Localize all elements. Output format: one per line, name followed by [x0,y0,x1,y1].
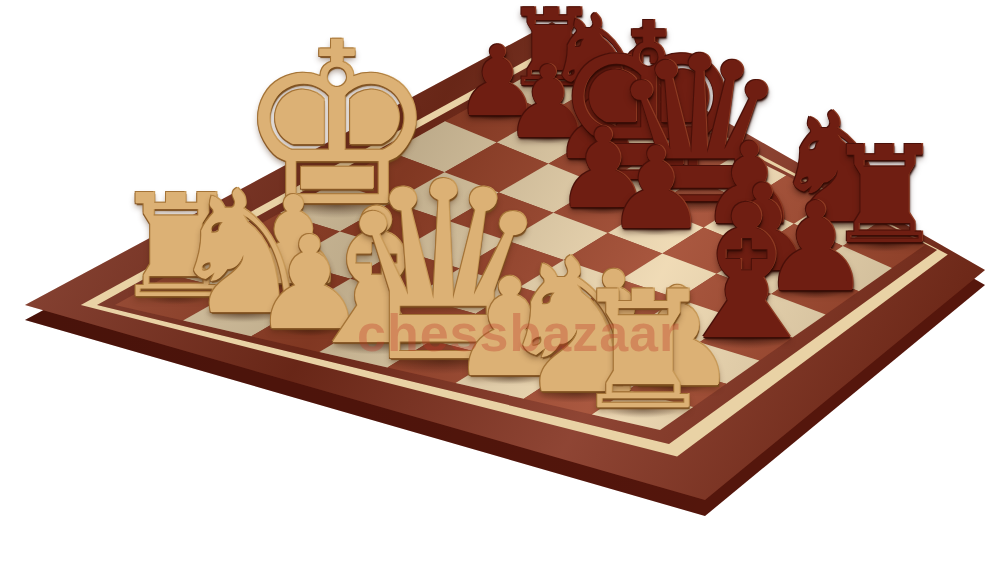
chess-board-photo: ♜♞♟♝♛♟♞♜♟♟♟♚♜♞♝♞♜♚♛♟♟♟♟♟♟♟♟♝ chessbazaar [0,0,1000,562]
chess-board: ♜♞♟♝♛♟♞♜♟♟♟♚♜♞♝♞♜♚♛♟♟♟♟♟♟♟♟♝ [0,0,1000,562]
piece-white-rook-h1[interactable]: ♜ [570,271,716,433]
